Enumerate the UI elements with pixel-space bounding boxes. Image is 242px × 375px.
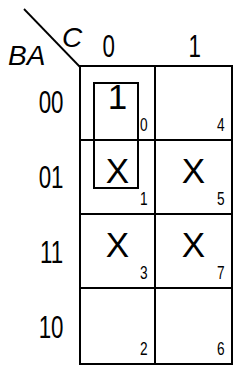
col-header-c0: 0 xyxy=(70,31,147,62)
kmap-cell-m3: X 3 xyxy=(81,215,156,289)
row-header-ba00: 00 xyxy=(0,65,63,140)
row-header-ba00-label: 00 xyxy=(38,87,63,118)
kmap-diagram: C BA 0 1 00 01 11 10 1 0 4 xyxy=(0,0,242,375)
kmap-cell-m2: 2 xyxy=(81,289,156,363)
row-header-ba10: 10 xyxy=(0,290,63,365)
kmap-cell-m1: X 1 xyxy=(81,141,156,215)
cell-value-m7: X xyxy=(182,227,205,262)
kmap-grid: 1 0 4 X 1 X 5 X 3 X 7 2 6 xyxy=(79,65,233,365)
cell-value-m3: X xyxy=(106,227,129,262)
row-header-ba10-label: 10 xyxy=(38,312,63,343)
row-header-ba01: 01 xyxy=(0,140,63,215)
minterm-index-m6: 6 xyxy=(217,339,225,358)
col-header-c1-label: 1 xyxy=(188,31,200,62)
minterm-index-m2: 2 xyxy=(140,339,148,358)
row-headers: 00 01 11 10 xyxy=(0,65,63,365)
kmap-cell-m6: 6 xyxy=(156,289,231,363)
minterm-index-m5: 5 xyxy=(217,189,225,208)
cell-value-m5: X xyxy=(182,153,205,188)
column-headers: 0 1 xyxy=(79,30,233,62)
minterm-index-m1: 1 xyxy=(140,189,148,208)
col-header-c1: 1 xyxy=(156,31,233,62)
kmap-cell-m7: X 7 xyxy=(156,215,231,289)
minterm-index-m7: 7 xyxy=(217,263,225,282)
kmap-cell-m0: 1 0 xyxy=(81,67,156,141)
kmap-cell-m5: X 5 xyxy=(156,141,231,215)
minterm-index-m0: 0 xyxy=(140,115,148,134)
minterm-index-m4: 4 xyxy=(217,115,225,134)
row-header-ba01-label: 01 xyxy=(38,162,63,193)
row-header-ba11-label: 11 xyxy=(40,237,63,268)
cell-value-m1: X xyxy=(106,153,129,188)
cell-value-m0: 1 xyxy=(108,79,127,114)
row-header-ba11: 11 xyxy=(0,215,63,290)
kmap-cell-m4: 4 xyxy=(156,67,231,141)
minterm-index-m3: 3 xyxy=(140,263,148,282)
col-header-c0-label: 0 xyxy=(102,31,114,62)
